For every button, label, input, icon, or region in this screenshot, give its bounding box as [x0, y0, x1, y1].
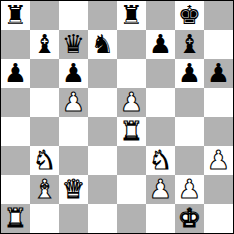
chess-board: ♜♜♚♝♛♞♟♝♟♟♟♟♟♟♜♞♞♟♝♛♟♟♜♚	[0, 0, 234, 234]
square-d8[interactable]	[88, 1, 117, 30]
black-pawn[interactable]: ♟	[207, 59, 230, 88]
square-b1[interactable]	[30, 204, 59, 233]
square-b7[interactable]: ♝	[30, 30, 59, 59]
black-rook[interactable]: ♜	[4, 1, 27, 30]
square-c4[interactable]	[59, 117, 88, 146]
square-h7[interactable]	[204, 30, 233, 59]
black-bishop[interactable]: ♝	[33, 30, 56, 59]
white-pawn[interactable]: ♟	[207, 146, 230, 175]
square-h2[interactable]	[204, 175, 233, 204]
square-b4[interactable]	[30, 117, 59, 146]
square-d7[interactable]: ♞	[88, 30, 117, 59]
square-h8[interactable]	[204, 1, 233, 30]
square-d5[interactable]	[88, 88, 117, 117]
square-f1[interactable]	[146, 204, 175, 233]
white-pawn[interactable]: ♟	[149, 175, 172, 204]
square-e1[interactable]	[117, 204, 146, 233]
square-d6[interactable]	[88, 59, 117, 88]
square-e4[interactable]: ♜	[117, 117, 146, 146]
square-d1[interactable]	[88, 204, 117, 233]
white-bishop[interactable]: ♝	[33, 175, 56, 204]
square-b8[interactable]	[30, 1, 59, 30]
square-f4[interactable]	[146, 117, 175, 146]
square-g7[interactable]: ♝	[175, 30, 204, 59]
square-b6[interactable]	[30, 59, 59, 88]
white-rook[interactable]: ♜	[4, 204, 27, 233]
square-a7[interactable]	[1, 30, 30, 59]
square-a3[interactable]	[1, 146, 30, 175]
square-h5[interactable]	[204, 88, 233, 117]
square-g8[interactable]: ♚	[175, 1, 204, 30]
square-e2[interactable]	[117, 175, 146, 204]
square-f2[interactable]: ♟	[146, 175, 175, 204]
square-c6[interactable]: ♟	[59, 59, 88, 88]
square-a4[interactable]	[1, 117, 30, 146]
square-d3[interactable]	[88, 146, 117, 175]
square-h6[interactable]: ♟	[204, 59, 233, 88]
square-b3[interactable]: ♞	[30, 146, 59, 175]
square-d4[interactable]	[88, 117, 117, 146]
square-g2[interactable]: ♟	[175, 175, 204, 204]
square-a2[interactable]	[1, 175, 30, 204]
square-h1[interactable]	[204, 204, 233, 233]
square-e6[interactable]	[117, 59, 146, 88]
white-pawn[interactable]: ♟	[120, 88, 143, 117]
square-f5[interactable]	[146, 88, 175, 117]
square-f6[interactable]	[146, 59, 175, 88]
white-knight[interactable]: ♞	[149, 146, 172, 175]
square-c2[interactable]: ♛	[59, 175, 88, 204]
square-a6[interactable]: ♟	[1, 59, 30, 88]
square-f3[interactable]: ♞	[146, 146, 175, 175]
black-rook[interactable]: ♜	[120, 1, 143, 30]
black-bishop[interactable]: ♝	[178, 30, 201, 59]
white-pawn[interactable]: ♟	[62, 88, 85, 117]
black-king[interactable]: ♚	[178, 1, 201, 30]
square-e7[interactable]	[117, 30, 146, 59]
square-g4[interactable]	[175, 117, 204, 146]
white-king[interactable]: ♚	[178, 204, 201, 233]
square-c1[interactable]	[59, 204, 88, 233]
square-e3[interactable]	[117, 146, 146, 175]
square-g3[interactable]	[175, 146, 204, 175]
white-queen[interactable]: ♛	[62, 175, 85, 204]
square-h3[interactable]: ♟	[204, 146, 233, 175]
black-queen[interactable]: ♛	[62, 30, 85, 59]
square-d2[interactable]	[88, 175, 117, 204]
square-c8[interactable]	[59, 1, 88, 30]
black-pawn[interactable]: ♟	[4, 59, 27, 88]
black-pawn[interactable]: ♟	[62, 59, 85, 88]
square-h4[interactable]	[204, 117, 233, 146]
square-f7[interactable]: ♟	[146, 30, 175, 59]
square-b5[interactable]	[30, 88, 59, 117]
square-f8[interactable]	[146, 1, 175, 30]
square-a1[interactable]: ♜	[1, 204, 30, 233]
white-pawn[interactable]: ♟	[178, 175, 201, 204]
square-g5[interactable]	[175, 88, 204, 117]
black-pawn[interactable]: ♟	[149, 30, 172, 59]
square-a8[interactable]: ♜	[1, 1, 30, 30]
black-knight[interactable]: ♞	[91, 30, 114, 59]
square-e5[interactable]: ♟	[117, 88, 146, 117]
black-pawn[interactable]: ♟	[178, 59, 201, 88]
square-e8[interactable]: ♜	[117, 1, 146, 30]
square-a5[interactable]	[1, 88, 30, 117]
square-g6[interactable]: ♟	[175, 59, 204, 88]
square-b2[interactable]: ♝	[30, 175, 59, 204]
white-rook[interactable]: ♜	[120, 117, 143, 146]
square-g1[interactable]: ♚	[175, 204, 204, 233]
white-knight[interactable]: ♞	[33, 146, 56, 175]
square-c3[interactable]	[59, 146, 88, 175]
square-c7[interactable]: ♛	[59, 30, 88, 59]
square-c5[interactable]: ♟	[59, 88, 88, 117]
